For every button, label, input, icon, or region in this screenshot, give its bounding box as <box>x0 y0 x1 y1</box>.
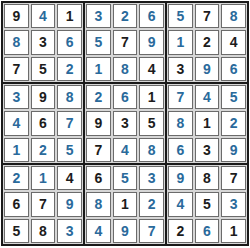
box-1-2: 326579184 <box>85 3 165 82</box>
cell-r3c2[interactable]: 5 <box>31 57 56 81</box>
cell-r9c7[interactable]: 2 <box>168 219 193 243</box>
cell-r8c7[interactable]: 4 <box>168 192 193 216</box>
box-3-2: 653812497 <box>85 165 165 244</box>
cell-r2c7[interactable]: 1 <box>168 30 193 54</box>
box-1-3: 578124396 <box>167 3 247 82</box>
cell-r9c5[interactable]: 9 <box>113 219 138 243</box>
box-3-1: 214679583 <box>3 165 83 244</box>
cell-r8c1[interactable]: 6 <box>4 192 29 216</box>
cell-r1c3[interactable]: 1 <box>57 4 82 28</box>
cell-r8c6[interactable]: 2 <box>139 192 164 216</box>
cell-r3c3[interactable]: 2 <box>57 57 82 81</box>
cell-r1c2[interactable]: 4 <box>31 4 56 28</box>
cell-r6c8[interactable]: 3 <box>195 138 220 162</box>
cell-r1c1[interactable]: 9 <box>4 4 29 28</box>
cell-r5c9[interactable]: 2 <box>221 111 246 135</box>
cell-r5c7[interactable]: 8 <box>168 111 193 135</box>
cell-r1c8[interactable]: 7 <box>195 4 220 28</box>
cell-r8c8[interactable]: 5 <box>195 192 220 216</box>
cell-r4c7[interactable]: 7 <box>168 85 193 109</box>
cell-r2c6[interactable]: 9 <box>139 30 164 54</box>
box-2-3: 745812639 <box>167 84 247 163</box>
cell-r7c8[interactable]: 8 <box>195 166 220 190</box>
cell-r8c9[interactable]: 3 <box>221 192 246 216</box>
cell-r6c4[interactable]: 7 <box>86 138 111 162</box>
cell-r9c4[interactable]: 4 <box>86 219 111 243</box>
cell-r6c6[interactable]: 8 <box>139 138 164 162</box>
cell-r5c4[interactable]: 9 <box>86 111 111 135</box>
cell-r4c2[interactable]: 9 <box>31 85 56 109</box>
cell-r9c6[interactable]: 7 <box>139 219 164 243</box>
cell-r5c1[interactable]: 4 <box>4 111 29 135</box>
cell-r6c7[interactable]: 6 <box>168 138 193 162</box>
cell-r3c6[interactable]: 4 <box>139 57 164 81</box>
cell-r4c1[interactable]: 3 <box>4 85 29 109</box>
cell-r3c4[interactable]: 1 <box>86 57 111 81</box>
cell-r3c1[interactable]: 7 <box>4 57 29 81</box>
cell-r2c3[interactable]: 6 <box>57 30 82 54</box>
box-1-1: 941836752 <box>3 3 83 82</box>
cell-r9c1[interactable]: 5 <box>4 219 29 243</box>
cell-r1c4[interactable]: 3 <box>86 4 111 28</box>
cell-r6c5[interactable]: 4 <box>113 138 138 162</box>
cell-r1c7[interactable]: 5 <box>168 4 193 28</box>
cell-r2c9[interactable]: 4 <box>221 30 246 54</box>
cell-r2c8[interactable]: 2 <box>195 30 220 54</box>
cell-r7c1[interactable]: 2 <box>4 166 29 190</box>
cell-r7c7[interactable]: 9 <box>168 166 193 190</box>
cell-r3c8[interactable]: 9 <box>195 57 220 81</box>
box-3-3: 987453261 <box>167 165 247 244</box>
cell-r9c3[interactable]: 3 <box>57 219 82 243</box>
cell-r8c2[interactable]: 7 <box>31 192 56 216</box>
cell-r7c5[interactable]: 5 <box>113 166 138 190</box>
cell-r6c2[interactable]: 2 <box>31 138 56 162</box>
cell-r3c9[interactable]: 6 <box>221 57 246 81</box>
cell-r5c3[interactable]: 7 <box>57 111 82 135</box>
cell-r4c8[interactable]: 4 <box>195 85 220 109</box>
cell-r2c2[interactable]: 3 <box>31 30 56 54</box>
cell-r4c4[interactable]: 2 <box>86 85 111 109</box>
cell-r2c4[interactable]: 5 <box>86 30 111 54</box>
cell-r8c3[interactable]: 9 <box>57 192 82 216</box>
box-2-2: 261935748 <box>85 84 165 163</box>
cell-r7c2[interactable]: 1 <box>31 166 56 190</box>
cell-r4c3[interactable]: 8 <box>57 85 82 109</box>
cell-r9c8[interactable]: 6 <box>195 219 220 243</box>
sudoku-board: 9418367523265791845781243963984671252619… <box>1 1 249 246</box>
cell-r7c4[interactable]: 6 <box>86 166 111 190</box>
cell-r8c4[interactable]: 8 <box>86 192 111 216</box>
cell-r4c5[interactable]: 6 <box>113 85 138 109</box>
cell-r3c7[interactable]: 3 <box>168 57 193 81</box>
cell-r1c6[interactable]: 6 <box>139 4 164 28</box>
box-2-1: 398467125 <box>3 84 83 163</box>
cell-r1c9[interactable]: 8 <box>221 4 246 28</box>
cell-r7c3[interactable]: 4 <box>57 166 82 190</box>
cell-r8c5[interactable]: 1 <box>113 192 138 216</box>
cell-r9c9[interactable]: 1 <box>221 219 246 243</box>
cell-r3c5[interactable]: 8 <box>113 57 138 81</box>
cell-r6c1[interactable]: 1 <box>4 138 29 162</box>
cell-r4c6[interactable]: 1 <box>139 85 164 109</box>
cell-r5c6[interactable]: 5 <box>139 111 164 135</box>
cell-r4c9[interactable]: 5 <box>221 85 246 109</box>
cell-r7c9[interactable]: 7 <box>221 166 246 190</box>
cell-r5c2[interactable]: 6 <box>31 111 56 135</box>
cell-r2c5[interactable]: 7 <box>113 30 138 54</box>
cell-r2c1[interactable]: 8 <box>4 30 29 54</box>
cell-r7c6[interactable]: 3 <box>139 166 164 190</box>
cell-r6c3[interactable]: 5 <box>57 138 82 162</box>
cell-r5c8[interactable]: 1 <box>195 111 220 135</box>
cell-r5c5[interactable]: 3 <box>113 111 138 135</box>
cell-r9c2[interactable]: 8 <box>31 219 56 243</box>
cell-r6c9[interactable]: 9 <box>221 138 246 162</box>
cell-r1c5[interactable]: 2 <box>113 4 138 28</box>
